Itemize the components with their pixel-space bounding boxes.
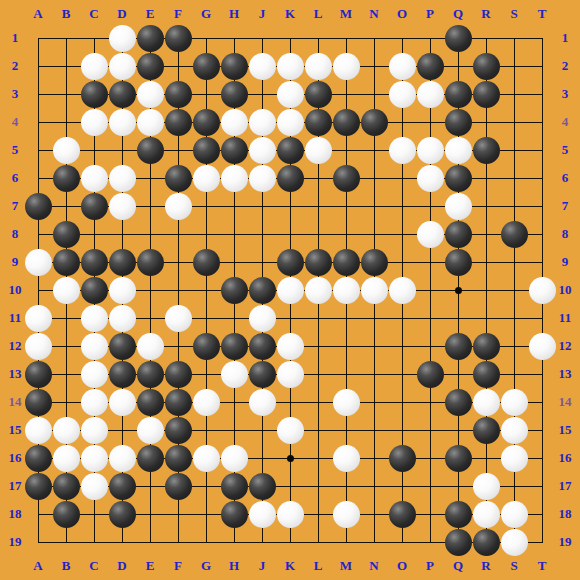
stone-black-B8 [53, 221, 80, 248]
stone-white-S19 [501, 529, 528, 556]
row-label-left-15: 15 [3, 423, 27, 437]
stone-black-S8 [501, 221, 528, 248]
stone-white-A9 [25, 249, 52, 276]
stone-white-C14 [81, 389, 108, 416]
stone-white-J4 [249, 109, 276, 136]
col-label-bottom-N: N [362, 559, 386, 573]
stone-black-D12 [109, 333, 136, 360]
stone-black-Q8 [445, 221, 472, 248]
col-label-top-K: K [278, 7, 302, 21]
stone-white-C16 [81, 445, 108, 472]
stone-white-P3 [417, 81, 444, 108]
col-label-top-D: D [110, 7, 134, 21]
col-label-bottom-B: B [54, 559, 78, 573]
stone-white-F11 [165, 305, 192, 332]
row-label-left-2: 2 [3, 59, 27, 73]
row-label-right-19: 19 [553, 535, 577, 549]
stone-white-A11 [25, 305, 52, 332]
stone-black-M4 [333, 109, 360, 136]
stone-white-B10 [53, 277, 80, 304]
stone-black-R5 [473, 137, 500, 164]
row-label-right-10: 10 [553, 283, 577, 297]
stone-black-B18 [53, 501, 80, 528]
stone-white-R14 [473, 389, 500, 416]
stone-white-Q7 [445, 193, 472, 220]
stone-black-F17 [165, 473, 192, 500]
stone-black-D17 [109, 473, 136, 500]
col-label-top-L: L [306, 7, 330, 21]
row-label-right-9: 9 [553, 255, 577, 269]
col-label-top-P: P [418, 7, 442, 21]
row-label-left-5: 5 [3, 143, 27, 157]
col-label-bottom-H: H [222, 559, 246, 573]
stone-black-C10 [81, 277, 108, 304]
stone-white-D1 [109, 25, 136, 52]
stone-white-K15 [277, 417, 304, 444]
col-label-top-Q: Q [446, 7, 470, 21]
stone-white-K18 [277, 501, 304, 528]
stone-black-C9 [81, 249, 108, 276]
stone-black-O18 [389, 501, 416, 528]
stone-white-M18 [333, 501, 360, 528]
stone-white-B5 [53, 137, 80, 164]
stone-black-E9 [137, 249, 164, 276]
col-label-bottom-R: R [474, 559, 498, 573]
col-label-top-C: C [82, 7, 106, 21]
col-label-bottom-A: A [26, 559, 50, 573]
stone-black-R3 [473, 81, 500, 108]
stone-black-J17 [249, 473, 276, 500]
stone-white-G6 [193, 165, 220, 192]
stone-black-Q18 [445, 501, 472, 528]
stone-black-Q4 [445, 109, 472, 136]
stone-white-D10 [109, 277, 136, 304]
stone-white-L2 [305, 53, 332, 80]
stone-black-B9 [53, 249, 80, 276]
stone-white-D4 [109, 109, 136, 136]
stone-white-M16 [333, 445, 360, 472]
col-label-bottom-T: T [530, 559, 554, 573]
stone-black-E13 [137, 361, 164, 388]
row-label-right-2: 2 [553, 59, 577, 73]
stone-white-G14 [193, 389, 220, 416]
stone-white-E15 [137, 417, 164, 444]
stone-white-T12 [529, 333, 556, 360]
stone-white-C12 [81, 333, 108, 360]
stone-white-C17 [81, 473, 108, 500]
stone-white-S16 [501, 445, 528, 472]
stone-black-J10 [249, 277, 276, 304]
col-label-top-T: T [530, 7, 554, 21]
col-label-top-A: A [26, 7, 50, 21]
stone-black-D9 [109, 249, 136, 276]
stone-black-N9 [361, 249, 388, 276]
stone-black-J13 [249, 361, 276, 388]
stone-white-G16 [193, 445, 220, 472]
row-label-left-1: 1 [3, 31, 27, 45]
stone-black-G2 [193, 53, 220, 80]
row-label-left-14: 14 [3, 395, 27, 409]
row-label-right-18: 18 [553, 507, 577, 521]
row-label-left-17: 17 [3, 479, 27, 493]
row-label-left-11: 11 [3, 311, 27, 325]
stone-white-K4 [277, 109, 304, 136]
row-label-right-11: 11 [553, 311, 577, 325]
stone-white-B15 [53, 417, 80, 444]
col-label-top-O: O [390, 7, 414, 21]
stone-black-B6 [53, 165, 80, 192]
stone-black-P2 [417, 53, 444, 80]
stone-white-D2 [109, 53, 136, 80]
stone-black-M9 [333, 249, 360, 276]
row-label-right-3: 3 [553, 87, 577, 101]
stone-black-Q3 [445, 81, 472, 108]
row-label-left-4: 4 [3, 115, 27, 129]
stone-white-L10 [305, 277, 332, 304]
star-point-K16 [287, 455, 294, 462]
row-label-left-13: 13 [3, 367, 27, 381]
row-label-left-7: 7 [3, 199, 27, 213]
stone-white-L5 [305, 137, 332, 164]
stone-black-E16 [137, 445, 164, 472]
stone-white-K13 [277, 361, 304, 388]
stone-white-D16 [109, 445, 136, 472]
stone-black-R2 [473, 53, 500, 80]
stone-white-C13 [81, 361, 108, 388]
stone-black-K9 [277, 249, 304, 276]
row-label-right-6: 6 [553, 171, 577, 185]
stone-white-E3 [137, 81, 164, 108]
stone-white-O3 [389, 81, 416, 108]
stone-white-C6 [81, 165, 108, 192]
stone-black-Q12 [445, 333, 472, 360]
stone-white-D7 [109, 193, 136, 220]
stone-black-J12 [249, 333, 276, 360]
grid-line-v-P [430, 38, 431, 543]
stone-black-F6 [165, 165, 192, 192]
stone-black-F4 [165, 109, 192, 136]
stone-white-K2 [277, 53, 304, 80]
row-label-left-12: 12 [3, 339, 27, 353]
stone-black-R13 [473, 361, 500, 388]
stone-white-K3 [277, 81, 304, 108]
stone-white-K12 [277, 333, 304, 360]
stone-black-K5 [277, 137, 304, 164]
stone-black-C7 [81, 193, 108, 220]
stone-white-J2 [249, 53, 276, 80]
row-label-left-10: 10 [3, 283, 27, 297]
stone-white-C15 [81, 417, 108, 444]
stone-white-H16 [221, 445, 248, 472]
stone-white-C2 [81, 53, 108, 80]
row-label-left-9: 9 [3, 255, 27, 269]
col-label-bottom-F: F [166, 559, 190, 573]
stone-black-D3 [109, 81, 136, 108]
stone-white-H4 [221, 109, 248, 136]
stone-black-F1 [165, 25, 192, 52]
stone-black-Q6 [445, 165, 472, 192]
stone-black-F16 [165, 445, 192, 472]
col-label-bottom-L: L [306, 559, 330, 573]
row-label-right-5: 5 [553, 143, 577, 157]
stone-black-Q19 [445, 529, 472, 556]
stone-black-E1 [137, 25, 164, 52]
stone-white-R18 [473, 501, 500, 528]
stone-white-J11 [249, 305, 276, 332]
row-label-left-8: 8 [3, 227, 27, 241]
stone-black-F14 [165, 389, 192, 416]
stone-white-O2 [389, 53, 416, 80]
row-label-left-3: 3 [3, 87, 27, 101]
stone-black-A7 [25, 193, 52, 220]
col-label-bottom-D: D [110, 559, 134, 573]
stone-black-G9 [193, 249, 220, 276]
row-label-right-13: 13 [553, 367, 577, 381]
stone-white-Q5 [445, 137, 472, 164]
stone-white-H13 [221, 361, 248, 388]
stone-white-M10 [333, 277, 360, 304]
stone-white-S14 [501, 389, 528, 416]
stone-black-G12 [193, 333, 220, 360]
col-label-top-N: N [362, 7, 386, 21]
stone-black-D13 [109, 361, 136, 388]
col-label-top-J: J [250, 7, 274, 21]
stone-white-C11 [81, 305, 108, 332]
stone-white-J14 [249, 389, 276, 416]
stone-white-M2 [333, 53, 360, 80]
stone-black-L4 [305, 109, 332, 136]
stone-black-G5 [193, 137, 220, 164]
stone-black-Q1 [445, 25, 472, 52]
stone-white-S18 [501, 501, 528, 528]
stone-white-F7 [165, 193, 192, 220]
stone-black-A16 [25, 445, 52, 472]
stone-black-E14 [137, 389, 164, 416]
col-label-bottom-M: M [334, 559, 358, 573]
col-label-bottom-C: C [82, 559, 106, 573]
stone-black-R12 [473, 333, 500, 360]
row-label-left-18: 18 [3, 507, 27, 521]
stone-black-K6 [277, 165, 304, 192]
star-point-Q10 [455, 287, 462, 294]
row-label-right-1: 1 [553, 31, 577, 45]
col-label-top-F: F [166, 7, 190, 21]
row-label-right-7: 7 [553, 199, 577, 213]
stone-black-L3 [305, 81, 332, 108]
stone-black-H12 [221, 333, 248, 360]
stone-black-R15 [473, 417, 500, 444]
stone-white-O5 [389, 137, 416, 164]
col-label-bottom-J: J [250, 559, 274, 573]
stone-black-C3 [81, 81, 108, 108]
stone-white-M14 [333, 389, 360, 416]
stone-black-P13 [417, 361, 444, 388]
stone-white-D11 [109, 305, 136, 332]
stone-black-A14 [25, 389, 52, 416]
stone-black-G4 [193, 109, 220, 136]
stone-white-T10 [529, 277, 556, 304]
stone-white-J18 [249, 501, 276, 528]
row-label-right-14: 14 [553, 395, 577, 409]
stone-black-E2 [137, 53, 164, 80]
stone-white-D6 [109, 165, 136, 192]
go-board-screen: ABCDEFGHJKLMNOPQRST ABCDEFGHJKLMNOPQRST … [0, 0, 580, 580]
stone-black-Q14 [445, 389, 472, 416]
stone-white-P8 [417, 221, 444, 248]
stone-black-L9 [305, 249, 332, 276]
row-label-right-4: 4 [553, 115, 577, 129]
col-label-bottom-P: P [418, 559, 442, 573]
stone-black-R19 [473, 529, 500, 556]
col-label-bottom-K: K [278, 559, 302, 573]
stone-black-H18 [221, 501, 248, 528]
row-label-left-19: 19 [3, 535, 27, 549]
stone-white-C4 [81, 109, 108, 136]
row-label-right-12: 12 [553, 339, 577, 353]
stone-black-F3 [165, 81, 192, 108]
col-label-top-S: S [502, 7, 526, 21]
stone-white-S15 [501, 417, 528, 444]
stone-black-E5 [137, 137, 164, 164]
stone-white-O10 [389, 277, 416, 304]
stone-white-E12 [137, 333, 164, 360]
stone-white-J6 [249, 165, 276, 192]
stone-black-Q16 [445, 445, 472, 472]
col-label-bottom-Q: Q [446, 559, 470, 573]
stone-white-D14 [109, 389, 136, 416]
stone-black-H5 [221, 137, 248, 164]
stone-white-N10 [361, 277, 388, 304]
col-label-top-B: B [54, 7, 78, 21]
stone-black-F13 [165, 361, 192, 388]
stone-white-J5 [249, 137, 276, 164]
stone-white-H6 [221, 165, 248, 192]
stone-black-M6 [333, 165, 360, 192]
col-label-top-G: G [194, 7, 218, 21]
row-label-right-8: 8 [553, 227, 577, 241]
col-label-bottom-S: S [502, 559, 526, 573]
stone-black-Q9 [445, 249, 472, 276]
stone-white-R17 [473, 473, 500, 500]
col-label-bottom-G: G [194, 559, 218, 573]
stone-black-F15 [165, 417, 192, 444]
col-label-top-E: E [138, 7, 162, 21]
stone-black-H10 [221, 277, 248, 304]
stone-black-D18 [109, 501, 136, 528]
col-label-bottom-E: E [138, 559, 162, 573]
stone-white-A15 [25, 417, 52, 444]
row-label-right-16: 16 [553, 451, 577, 465]
stone-white-P6 [417, 165, 444, 192]
col-label-bottom-O: O [390, 559, 414, 573]
col-label-top-M: M [334, 7, 358, 21]
row-label-left-16: 16 [3, 451, 27, 465]
stone-white-P5 [417, 137, 444, 164]
stone-black-A13 [25, 361, 52, 388]
stone-black-A17 [25, 473, 52, 500]
col-label-top-H: H [222, 7, 246, 21]
stone-white-B16 [53, 445, 80, 472]
row-label-right-17: 17 [553, 479, 577, 493]
grid-line-v-R [486, 38, 487, 543]
stone-black-H2 [221, 53, 248, 80]
stone-black-B17 [53, 473, 80, 500]
row-label-left-6: 6 [3, 171, 27, 185]
stone-black-O16 [389, 445, 416, 472]
stone-white-A12 [25, 333, 52, 360]
stone-black-H3 [221, 81, 248, 108]
stone-white-E4 [137, 109, 164, 136]
row-label-right-15: 15 [553, 423, 577, 437]
stone-black-N4 [361, 109, 388, 136]
stone-black-H17 [221, 473, 248, 500]
col-label-top-R: R [474, 7, 498, 21]
stone-white-K10 [277, 277, 304, 304]
